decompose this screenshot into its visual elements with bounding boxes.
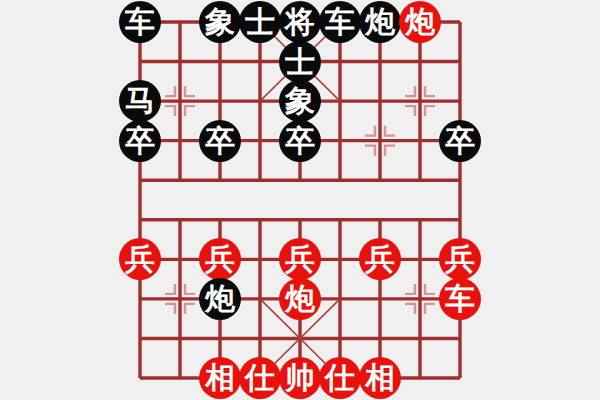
piece-red-general[interactable]: 帅	[279, 357, 321, 399]
pieces-layer: 车象士将车炮炮士马象卒卒卒卒兵兵兵兵兵炮炮车相仕帅仕相	[0, 0, 600, 400]
piece-red-cannon[interactable]: 炮	[279, 278, 321, 320]
piece-black-horse[interactable]: 马	[119, 80, 161, 122]
piece-black-soldier[interactable]: 卒	[439, 120, 481, 162]
piece-black-advisor[interactable]: 士	[239, 1, 281, 43]
piece-black-cannon[interactable]: 炮	[199, 278, 241, 320]
piece-red-cannon[interactable]: 炮	[399, 1, 441, 43]
piece-red-soldier[interactable]: 兵	[119, 238, 161, 280]
piece-red-soldier[interactable]: 兵	[279, 238, 321, 280]
piece-red-chariot[interactable]: 车	[439, 278, 481, 320]
piece-black-elephant[interactable]: 象	[199, 1, 241, 43]
xiangqi-board[interactable]: 车象士将车炮炮士马象卒卒卒卒兵兵兵兵兵炮炮车相仕帅仕相	[0, 0, 600, 400]
piece-red-soldier[interactable]: 兵	[439, 238, 481, 280]
piece-black-chariot[interactable]: 车	[119, 1, 161, 43]
piece-black-advisor[interactable]: 士	[279, 41, 321, 83]
piece-red-soldier[interactable]: 兵	[359, 238, 401, 280]
piece-black-chariot[interactable]: 车	[319, 1, 361, 43]
piece-red-advisor[interactable]: 仕	[319, 357, 361, 399]
piece-black-soldier[interactable]: 卒	[119, 120, 161, 162]
piece-red-elephant[interactable]: 相	[359, 357, 401, 399]
piece-red-soldier[interactable]: 兵	[199, 238, 241, 280]
piece-black-general[interactable]: 将	[279, 1, 321, 43]
piece-black-cannon[interactable]: 炮	[359, 1, 401, 43]
piece-black-elephant[interactable]: 象	[279, 80, 321, 122]
piece-red-elephant[interactable]: 相	[199, 357, 241, 399]
piece-red-advisor[interactable]: 仕	[239, 357, 281, 399]
piece-black-soldier[interactable]: 卒	[199, 120, 241, 162]
piece-black-soldier[interactable]: 卒	[279, 120, 321, 162]
